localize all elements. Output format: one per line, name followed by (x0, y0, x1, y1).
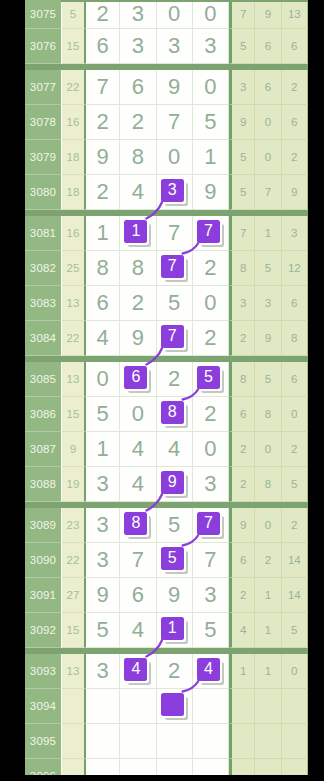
digit-cell: 3 (193, 29, 229, 64)
stat-cell (229, 759, 255, 775)
stat-cell: 1 (255, 613, 281, 648)
stat-cell: 8 (282, 321, 308, 356)
sum-value (61, 689, 84, 724)
digit-cell: 9 (157, 70, 193, 105)
sum-value: 15 (61, 29, 84, 64)
digit-cell: 4 (193, 654, 229, 689)
digit-cell: 4 (84, 321, 120, 356)
stat-cell: 6 (282, 105, 308, 140)
digit-cell: 5 (157, 543, 193, 578)
stat-cell: 12 (282, 251, 308, 286)
stat-cell: 5 (229, 29, 255, 64)
digit-cell: 3 (84, 508, 120, 543)
highlighted-digit: 5 (197, 366, 220, 389)
digit-cell: 6 (120, 70, 156, 105)
period-label: 3092 (25, 613, 61, 648)
stat-cell (282, 759, 308, 775)
highlighted-digit: 9 (161, 471, 184, 494)
highlighted-digit: 8 (124, 512, 147, 535)
stat-cell: 2 (229, 578, 255, 613)
digit-cell: 5 (157, 286, 193, 321)
draw-row-3089: 3089233857902 (25, 508, 308, 543)
sum-value: 25 (61, 251, 84, 286)
highlighted-digit: 7 (161, 325, 184, 348)
digit-cell: 6 (120, 578, 156, 613)
sum-value: 16 (61, 216, 84, 251)
stat-cell: 5 (255, 251, 281, 286)
period-label: 3090 (25, 543, 61, 578)
draw-row-3079: 3079189801502 (25, 140, 308, 175)
draw-row-3076: 3076156333566 (25, 29, 308, 64)
digit-cell: 6 (84, 29, 120, 64)
draw-row-3077: 3077227690362 (25, 70, 308, 105)
stat-cell: 13 (282, 0, 308, 29)
stat-cell: 9 (229, 508, 255, 543)
digit-cell: 3 (193, 467, 229, 502)
period-label: 3075 (25, 0, 61, 29)
digit-cell (84, 724, 120, 759)
stat-cell: 3 (229, 286, 255, 321)
sum-value: 22 (61, 543, 84, 578)
draw-row-3087: 308791440202 (25, 432, 308, 467)
stat-cell: 2 (282, 432, 308, 467)
stat-cell: 0 (255, 432, 281, 467)
stat-cell: 6 (282, 362, 308, 397)
sum-value: 23 (61, 508, 84, 543)
stat-cell: 7 (255, 175, 281, 210)
highlighted-digit: 7 (161, 255, 184, 278)
stat-cell: 2 (229, 321, 255, 356)
stat-cell: 6 (255, 70, 281, 105)
draw-row-3094: 3094 (25, 689, 308, 724)
digit-cell: 1 (157, 613, 193, 648)
digit-cell: 7 (193, 543, 229, 578)
digit-cell (193, 759, 229, 775)
digit-cell: 5 (84, 397, 120, 432)
digit-cell: 0 (193, 286, 229, 321)
digit-cell: 1 (193, 140, 229, 175)
digit-cell: 2 (84, 0, 120, 29)
stat-cell: 8 (255, 467, 281, 502)
draw-row-3078: 3078162275906 (25, 105, 308, 140)
digit-cell (84, 759, 120, 775)
highlighted-digit: 7 (197, 512, 220, 535)
period-label: 3078 (25, 105, 61, 140)
digit-cell: 1 (120, 216, 156, 251)
draw-row-3082: 30822588728512 (25, 251, 308, 286)
digit-cell: 3 (120, 29, 156, 64)
digit-cell: 2 (193, 397, 229, 432)
stat-cell: 2 (282, 70, 308, 105)
sum-value (61, 724, 84, 759)
highlighted-digit: 8 (161, 401, 184, 424)
digit-cell (193, 724, 229, 759)
highlighted-digit: 6 (124, 366, 147, 389)
stat-cell: 5 (229, 140, 255, 175)
stat-cell (255, 759, 281, 775)
highlighted-digit (161, 693, 184, 716)
stat-cell: 2 (229, 467, 255, 502)
digit-cell: 7 (193, 216, 229, 251)
period-label: 3085 (25, 362, 61, 397)
digit-cell: 9 (120, 321, 156, 356)
draw-row-3092: 3092155415415 (25, 613, 308, 648)
stat-cell: 1 (255, 654, 281, 689)
stat-cell: 6 (255, 29, 281, 64)
digit-cell: 2 (157, 362, 193, 397)
digit-cell: 9 (193, 175, 229, 210)
draw-row-3095: 3095 (25, 724, 308, 759)
trend-chart[interactable]: 3075523007913307615633356630772276903623… (25, 0, 308, 775)
digit-cell (157, 759, 193, 775)
stat-cell: 5 (282, 467, 308, 502)
digit-cell: 7 (157, 321, 193, 356)
digit-cell: 0 (157, 0, 193, 29)
lottery-trend-screen: 3075523007913307615633356630772276903623… (0, 0, 324, 781)
digit-cell: 4 (157, 432, 193, 467)
period-label: 3079 (25, 140, 61, 175)
digit-cell: 3 (84, 654, 120, 689)
stat-cell: 9 (255, 0, 281, 29)
stat-cell: 5 (282, 613, 308, 648)
stat-cell: 3 (255, 286, 281, 321)
digit-cell (193, 689, 229, 724)
digit-cell: 4 (120, 467, 156, 502)
stat-cell: 3 (229, 70, 255, 105)
sum-value: 15 (61, 613, 84, 648)
draw-row-3088: 3088193493285 (25, 467, 308, 502)
digit-cell (84, 689, 120, 724)
sum-value: 13 (61, 654, 84, 689)
digit-cell: 2 (193, 251, 229, 286)
digit-cell: 0 (193, 70, 229, 105)
stat-cell: 2 (255, 543, 281, 578)
draw-row-3090: 30902237576214 (25, 543, 308, 578)
digit-cell: 3 (157, 29, 193, 64)
stat-cell: 6 (229, 543, 255, 578)
digit-cell: 0 (120, 397, 156, 432)
digit-cell: 2 (120, 286, 156, 321)
draw-row-3081: 3081161177713 (25, 216, 308, 251)
digit-cell: 6 (120, 362, 156, 397)
highlighted-digit: 3 (161, 179, 184, 202)
digit-cell: 4 (120, 175, 156, 210)
stat-cell: 8 (229, 251, 255, 286)
digit-cell: 8 (84, 251, 120, 286)
period-label: 3076 (25, 29, 61, 64)
sum-value: 27 (61, 578, 84, 613)
stat-cell (229, 724, 255, 759)
sum-value: 13 (61, 362, 84, 397)
stat-cell: 9 (255, 321, 281, 356)
stat-cell: 2 (229, 432, 255, 467)
digit-cell: 2 (193, 321, 229, 356)
stat-cell: 6 (282, 286, 308, 321)
stat-cell: 9 (282, 175, 308, 210)
stat-cell: 0 (282, 397, 308, 432)
stat-cell: 0 (282, 654, 308, 689)
digit-cell (120, 724, 156, 759)
digit-cell: 4 (120, 432, 156, 467)
stat-cell: 8 (229, 362, 255, 397)
highlighted-digit: 1 (124, 220, 147, 243)
stat-cell: 2 (282, 508, 308, 543)
sum-value: 18 (61, 175, 84, 210)
digit-cell: 7 (120, 543, 156, 578)
digit-cell: 0 (157, 140, 193, 175)
highlighted-digit: 7 (197, 220, 220, 243)
period-label: 3081 (25, 216, 61, 251)
draw-row-3080: 3080182439579 (25, 175, 308, 210)
sum-value: 22 (61, 70, 84, 105)
sum-value: 15 (61, 397, 84, 432)
digit-cell: 2 (120, 105, 156, 140)
stat-cell (255, 689, 281, 724)
stat-cell (282, 689, 308, 724)
digit-cell: 9 (157, 578, 193, 613)
sum-value: 16 (61, 105, 84, 140)
stat-cell: 14 (282, 578, 308, 613)
period-label: 3094 (25, 689, 61, 724)
draw-row-3084: 3084224972298 (25, 321, 308, 356)
stat-cell: 8 (255, 397, 281, 432)
period-label: 3088 (25, 467, 61, 502)
stat-cell: 7 (229, 0, 255, 29)
sum-value: 19 (61, 467, 84, 502)
draw-row-3093: 3093133424110 (25, 654, 308, 689)
digit-cell: 0 (193, 0, 229, 29)
highlighted-digit: 4 (197, 658, 220, 681)
digit-cell: 9 (84, 140, 120, 175)
digit-cell: 3 (84, 543, 120, 578)
stat-cell: 6 (282, 29, 308, 64)
digit-cell: 9 (157, 467, 193, 502)
stat-cell: 0 (255, 105, 281, 140)
digit-cell: 5 (157, 508, 193, 543)
stat-cell: 14 (282, 543, 308, 578)
stat-cell: 1 (255, 216, 281, 251)
period-label: 3095 (25, 724, 61, 759)
stat-cell: 0 (255, 140, 281, 175)
digit-cell: 7 (157, 216, 193, 251)
digit-cell: 8 (120, 508, 156, 543)
digit-cell: 7 (157, 105, 193, 140)
stat-cell: 3 (282, 216, 308, 251)
digit-cell: 7 (193, 508, 229, 543)
stat-cell: 2 (282, 140, 308, 175)
digit-cell: 7 (84, 70, 120, 105)
period-label: 3093 (25, 654, 61, 689)
digit-cell: 0 (193, 432, 229, 467)
draw-row-3083: 3083136250336 (25, 286, 308, 321)
period-label: 3091 (25, 578, 61, 613)
digit-cell: 2 (157, 654, 193, 689)
period-label: 3096 (25, 759, 61, 775)
digit-cell: 7 (157, 251, 193, 286)
sum-value: 22 (61, 321, 84, 356)
draw-row-3086: 3086155082680 (25, 397, 308, 432)
stat-cell: 1 (229, 654, 255, 689)
sum-value: 18 (61, 140, 84, 175)
digit-cell: 5 (84, 613, 120, 648)
sum-value: 13 (61, 286, 84, 321)
digit-cell: 5 (193, 613, 229, 648)
stat-cell: 6 (229, 397, 255, 432)
stat-cell: 0 (255, 508, 281, 543)
digit-cell: 2 (84, 175, 120, 210)
digit-cell: 1 (84, 216, 120, 251)
stat-cell: 4 (229, 613, 255, 648)
stat-cell: 5 (229, 175, 255, 210)
stat-cell: 1 (255, 578, 281, 613)
sum-value (61, 759, 84, 775)
digit-cell: 0 (84, 362, 120, 397)
digit-cell: 8 (157, 397, 193, 432)
sum-value: 9 (61, 432, 84, 467)
period-label: 3084 (25, 321, 61, 356)
digit-cell: 1 (84, 432, 120, 467)
digit-cell (120, 689, 156, 724)
highlighted-digit: 5 (161, 547, 184, 570)
digit-cell: 3 (193, 578, 229, 613)
digit-cell: 5 (193, 362, 229, 397)
stat-cell (255, 724, 281, 759)
digit-cell: 5 (193, 105, 229, 140)
digit-cell: 2 (84, 105, 120, 140)
digit-cell: 4 (120, 654, 156, 689)
stat-cell (229, 689, 255, 724)
digit-cell (157, 689, 193, 724)
digit-cell: 8 (120, 251, 156, 286)
draw-row-3075: 3075523007913 (25, 0, 308, 29)
period-label: 3077 (25, 70, 61, 105)
stat-cell: 9 (229, 105, 255, 140)
digit-cell: 8 (120, 140, 156, 175)
draw-row-3096: 3096 (25, 759, 308, 775)
digit-cell: 3 (120, 0, 156, 29)
period-label: 3086 (25, 397, 61, 432)
period-label: 3080 (25, 175, 61, 210)
stat-cell: 5 (255, 362, 281, 397)
highlighted-digit: 1 (161, 617, 184, 640)
digit-cell: 3 (157, 175, 193, 210)
stat-cell: 7 (229, 216, 255, 251)
digit-cell (157, 724, 193, 759)
digit-cell: 3 (84, 467, 120, 502)
digit-cell: 4 (120, 613, 156, 648)
period-label: 3082 (25, 251, 61, 286)
highlighted-digit: 4 (124, 658, 147, 681)
digit-cell (120, 759, 156, 775)
draw-row-3085: 3085130625856 (25, 362, 308, 397)
digit-cell: 9 (84, 578, 120, 613)
period-label: 3089 (25, 508, 61, 543)
period-label: 3083 (25, 286, 61, 321)
draw-row-3091: 30912796932114 (25, 578, 308, 613)
digit-cell: 6 (84, 286, 120, 321)
sum-value: 5 (61, 0, 84, 29)
stat-cell (282, 724, 308, 759)
period-label: 3087 (25, 432, 61, 467)
